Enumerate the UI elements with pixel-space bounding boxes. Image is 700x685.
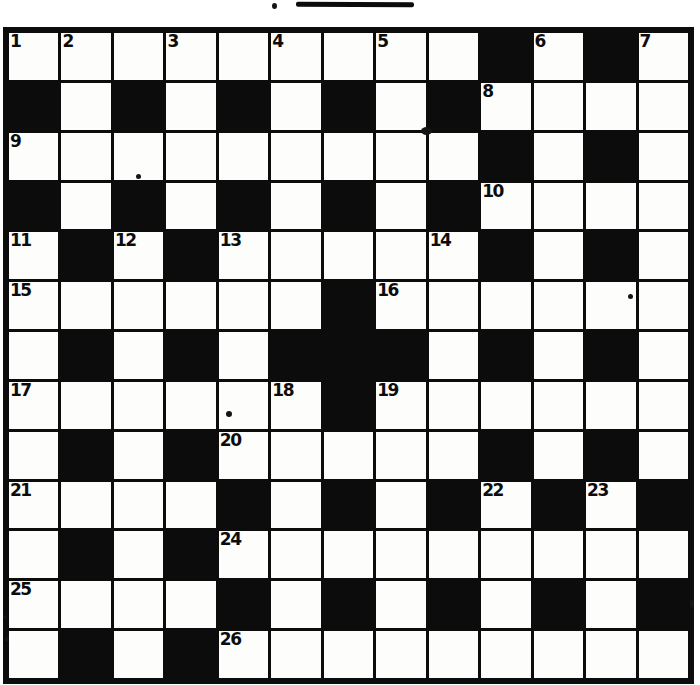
white-cell[interactable] [166,482,215,529]
white-cell[interactable] [429,133,478,180]
black-cell [534,482,583,529]
white-cell[interactable] [534,531,583,578]
white-cell[interactable] [61,133,110,180]
white-cell[interactable] [376,631,425,678]
white-cell[interactable] [9,531,58,578]
white-cell[interactable]: 23 [586,482,635,529]
clue-number: 11 [10,230,31,250]
white-cell[interactable] [376,531,425,578]
white-cell[interactable] [639,382,688,429]
white-cell[interactable] [324,531,373,578]
white-cell[interactable]: 21 [9,482,58,529]
white-cell[interactable] [534,133,583,180]
clue-number: 24 [220,529,241,549]
white-cell[interactable] [639,232,688,279]
white-cell[interactable] [324,432,373,479]
white-cell[interactable] [324,232,373,279]
clue-number: 13 [220,230,241,250]
white-cell[interactable] [114,133,163,180]
clue-number: 2 [62,31,72,51]
clue-number: 9 [10,131,20,151]
white-cell[interactable] [271,183,320,230]
white-cell[interactable]: 13 [219,232,268,279]
white-cell[interactable] [61,282,110,329]
white-cell[interactable] [639,133,688,180]
white-cell[interactable]: 22 [481,482,530,529]
clue-number: 6 [535,31,545,51]
black-cell [481,33,530,80]
white-cell[interactable]: 16 [376,282,425,329]
ink-speck [628,294,633,299]
black-cell [324,382,373,429]
clue-number: 23 [587,480,608,500]
white-cell[interactable]: 2 [61,33,110,80]
white-cell[interactable] [114,482,163,529]
white-cell[interactable] [639,83,688,130]
white-cell[interactable] [429,33,478,80]
white-cell[interactable] [586,531,635,578]
white-cell[interactable] [429,332,478,379]
white-cell[interactable] [114,432,163,479]
white-cell[interactable] [586,581,635,628]
white-cell[interactable] [166,133,215,180]
black-cell [9,83,58,130]
white-cell[interactable] [481,631,530,678]
white-cell[interactable] [429,631,478,678]
white-cell[interactable]: 11 [9,232,58,279]
white-cell[interactable] [114,382,163,429]
white-cell[interactable] [166,183,215,230]
clue-number: 12 [115,230,136,250]
white-cell[interactable] [61,382,110,429]
clue-number: 18 [272,380,293,400]
white-cell[interactable] [271,581,320,628]
white-cell[interactable]: 19 [376,382,425,429]
black-cell [324,482,373,529]
white-cell[interactable]: 1 [9,33,58,80]
clue-number: 10 [482,181,503,201]
white-cell[interactable] [271,282,320,329]
clue-number: 17 [10,380,31,400]
white-cell[interactable]: 26 [219,631,268,678]
white-cell[interactable] [271,482,320,529]
white-cell[interactable]: 10 [481,183,530,230]
white-cell[interactable] [219,332,268,379]
white-cell[interactable] [271,531,320,578]
black-cell [481,133,530,180]
white-cell[interactable] [166,83,215,130]
white-cell[interactable] [376,133,425,180]
white-cell[interactable]: 25 [9,581,58,628]
white-cell[interactable] [219,133,268,180]
black-cell [586,133,635,180]
white-cell[interactable] [376,581,425,628]
clue-number: 1 [10,31,20,51]
black-cell [219,183,268,230]
white-cell[interactable] [534,382,583,429]
white-cell[interactable]: 20 [219,432,268,479]
white-cell[interactable] [639,631,688,678]
black-cell [114,83,163,130]
white-cell[interactable] [271,232,320,279]
black-cell [376,332,425,379]
white-cell[interactable] [324,33,373,80]
white-cell[interactable] [114,581,163,628]
clue-number: 8 [482,81,492,101]
black-cell [219,83,268,130]
white-cell[interactable] [376,183,425,230]
black-cell [639,581,688,628]
black-cell [271,332,320,379]
white-cell[interactable]: 4 [271,33,320,80]
white-cell[interactable] [429,282,478,329]
clue-number: 14 [430,230,451,250]
white-cell[interactable]: 7 [639,33,688,80]
white-cell[interactable] [271,83,320,130]
clue-number: 20 [220,430,241,450]
ink-speck [421,127,432,135]
white-cell[interactable]: 3 [166,33,215,80]
white-cell[interactable] [376,232,425,279]
white-cell[interactable]: 8 [481,83,530,130]
black-cell [324,83,373,130]
black-cell [219,482,268,529]
white-cell[interactable] [586,382,635,429]
black-cell [61,531,110,578]
white-cell[interactable] [534,432,583,479]
clue-number: 15 [10,280,31,300]
black-cell [324,183,373,230]
clue-number: 3 [167,31,177,51]
black-cell [9,183,58,230]
white-cell[interactable] [61,183,110,230]
white-cell[interactable] [639,183,688,230]
white-cell[interactable] [114,33,163,80]
white-cell[interactable] [219,33,268,80]
black-cell [166,432,215,479]
black-cell [586,232,635,279]
white-cell[interactable] [586,282,635,329]
clue-number: 19 [377,380,398,400]
white-cell[interactable] [376,432,425,479]
white-cell[interactable] [586,631,635,678]
black-cell [481,332,530,379]
white-cell[interactable]: 6 [534,33,583,80]
white-cell[interactable] [376,83,425,130]
ink-speck [272,3,277,9]
white-cell[interactable] [481,531,530,578]
black-cell [166,232,215,279]
white-cell[interactable] [114,282,163,329]
white-cell[interactable] [481,282,530,329]
white-cell[interactable] [481,581,530,628]
white-cell[interactable] [271,432,320,479]
white-cell[interactable] [639,332,688,379]
black-cell [481,432,530,479]
white-cell[interactable] [166,282,215,329]
crossword-grid: 1234567891011121314151617181920212223242… [3,27,694,684]
black-cell [586,432,635,479]
white-cell[interactable] [639,531,688,578]
clue-number: 22 [482,480,503,500]
clue-number: 21 [10,480,31,500]
white-cell[interactable] [9,332,58,379]
white-cell[interactable] [429,432,478,479]
white-cell[interactable] [9,432,58,479]
clue-number: 16 [377,280,398,300]
white-cell[interactable] [114,531,163,578]
white-cell[interactable] [586,183,635,230]
white-cell[interactable]: 9 [9,133,58,180]
white-cell[interactable] [639,432,688,479]
white-cell[interactable] [534,631,583,678]
white-cell[interactable] [219,382,268,429]
white-cell[interactable] [114,332,163,379]
black-cell [166,531,215,578]
black-cell [429,482,478,529]
white-cell[interactable] [534,232,583,279]
white-cell[interactable]: 17 [9,382,58,429]
white-cell[interactable]: 12 [114,232,163,279]
white-cell[interactable] [166,382,215,429]
clue-number: 26 [220,629,241,649]
crossword-page: 1234567891011121314151617181920212223242… [0,0,700,685]
black-cell [481,232,530,279]
white-cell[interactable] [534,183,583,230]
white-cell[interactable] [534,282,583,329]
white-cell[interactable] [534,332,583,379]
white-cell[interactable]: 14 [429,232,478,279]
black-cell [639,482,688,529]
clue-number: 25 [10,579,31,599]
white-cell[interactable] [586,83,635,130]
white-cell[interactable] [219,282,268,329]
black-cell [61,332,110,379]
white-cell[interactable] [61,83,110,130]
white-cell[interactable] [376,482,425,529]
ink-speck [136,174,141,179]
white-cell[interactable] [61,581,110,628]
white-cell[interactable] [271,133,320,180]
white-cell[interactable]: 24 [219,531,268,578]
white-cell[interactable] [429,531,478,578]
black-cell [166,332,215,379]
white-cell[interactable] [9,631,58,678]
white-cell[interactable] [639,282,688,329]
clue-number: 5 [377,31,387,51]
black-cell [324,332,373,379]
white-cell[interactable] [114,631,163,678]
black-cell [219,581,268,628]
ink-speck [690,599,694,608]
black-cell [429,581,478,628]
clue-number: 4 [272,31,282,51]
black-cell [324,581,373,628]
black-cell [61,432,110,479]
black-cell [429,183,478,230]
white-cell[interactable] [166,581,215,628]
white-cell[interactable] [271,631,320,678]
white-cell[interactable] [324,631,373,678]
ink-speck [5,637,9,642]
white-cell[interactable] [324,133,373,180]
white-cell[interactable]: 5 [376,33,425,80]
white-cell[interactable] [429,382,478,429]
black-cell [114,183,163,230]
black-cell [429,83,478,130]
white-cell[interactable]: 15 [9,282,58,329]
white-cell[interactable] [534,83,583,130]
white-cell[interactable]: 18 [271,382,320,429]
black-cell [61,232,110,279]
black-cell [166,631,215,678]
black-cell [586,332,635,379]
clue-number: 7 [640,31,650,51]
black-cell [61,631,110,678]
white-cell[interactable] [61,482,110,529]
ink-speck [3,615,7,619]
black-cell [324,282,373,329]
white-cell[interactable] [481,382,530,429]
title-underline-rule [296,2,414,8]
ink-speck [226,411,232,417]
black-cell [534,581,583,628]
black-cell [586,33,635,80]
